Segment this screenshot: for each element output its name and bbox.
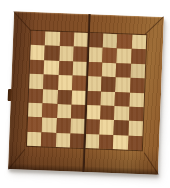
- board-square[interactable]: [84, 134, 99, 149]
- board-square[interactable]: [101, 77, 116, 92]
- board-square[interactable]: [115, 92, 130, 107]
- board-square[interactable]: [41, 132, 56, 147]
- board-square[interactable]: [56, 118, 71, 133]
- board-square[interactable]: [87, 76, 102, 91]
- board-square[interactable]: [44, 75, 59, 90]
- board-square[interactable]: [100, 105, 115, 120]
- board-square[interactable]: [60, 32, 75, 47]
- board-square[interactable]: [29, 88, 44, 103]
- board-square[interactable]: [103, 34, 118, 49]
- board-square[interactable]: [27, 117, 42, 132]
- board-square[interactable]: [31, 31, 46, 46]
- board-square[interactable]: [87, 62, 102, 77]
- board-square[interactable]: [100, 91, 115, 106]
- board-square[interactable]: [99, 120, 114, 135]
- board-square[interactable]: [130, 63, 145, 78]
- board-square[interactable]: [129, 107, 144, 122]
- board-square[interactable]: [85, 119, 100, 134]
- board-square[interactable]: [42, 118, 57, 133]
- board-square[interactable]: [27, 131, 42, 146]
- board-square[interactable]: [88, 47, 103, 62]
- board-square[interactable]: [58, 61, 73, 76]
- board-square[interactable]: [131, 49, 146, 64]
- board-square[interactable]: [57, 89, 72, 104]
- board-square[interactable]: [29, 74, 44, 89]
- board-square[interactable]: [86, 91, 101, 106]
- board-square[interactable]: [114, 106, 129, 121]
- board-square[interactable]: [56, 133, 71, 148]
- board-square[interactable]: [30, 45, 45, 60]
- board-square[interactable]: [117, 34, 132, 49]
- board-square[interactable]: [43, 89, 58, 104]
- board-square[interactable]: [99, 134, 114, 149]
- board-square[interactable]: [131, 35, 146, 50]
- board-square[interactable]: [28, 103, 43, 118]
- board-square[interactable]: [45, 31, 60, 46]
- board-square[interactable]: [102, 62, 117, 77]
- clasp: [8, 89, 12, 101]
- photo-background: [0, 0, 170, 188]
- board-square[interactable]: [58, 75, 73, 90]
- board-square[interactable]: [114, 120, 129, 135]
- board-square[interactable]: [59, 46, 74, 61]
- board-square[interactable]: [116, 49, 131, 64]
- board-square[interactable]: [128, 121, 143, 136]
- board-square[interactable]: [129, 92, 144, 107]
- board-square[interactable]: [116, 63, 131, 78]
- board-square[interactable]: [42, 103, 57, 118]
- board-square[interactable]: [115, 77, 130, 92]
- board-square[interactable]: [45, 46, 60, 61]
- board-square[interactable]: [88, 33, 103, 48]
- board-square[interactable]: [30, 60, 45, 75]
- board-square[interactable]: [113, 135, 128, 150]
- board-square[interactable]: [130, 78, 145, 93]
- board-square[interactable]: [127, 135, 142, 150]
- board-square[interactable]: [85, 105, 100, 120]
- board-square[interactable]: [44, 60, 59, 75]
- board-square[interactable]: [102, 48, 117, 63]
- board-square[interactable]: [57, 104, 72, 119]
- chessboard: [8, 11, 164, 175]
